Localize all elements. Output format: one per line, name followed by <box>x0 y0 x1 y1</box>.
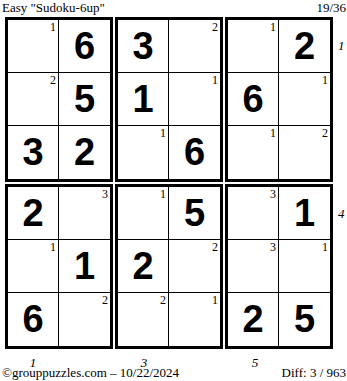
cell-r3c4[interactable]: 6 <box>169 126 220 179</box>
cell-r2c6[interactable]: 1 <box>279 73 330 126</box>
cell-value <box>59 187 110 239</box>
box-4: 231162 <box>5 184 113 349</box>
cell-value <box>279 73 330 125</box>
cell-value: 2 <box>8 187 58 239</box>
footer: ©grouppuzzles.com – 10/22/2024 Diff: 3 /… <box>2 365 346 380</box>
cell-r6c1[interactable]: 6 <box>8 293 59 346</box>
cell-value: 2 <box>228 293 278 346</box>
box-1: 162532 <box>5 17 113 182</box>
cell-value <box>169 293 220 346</box>
cell-r5c1[interactable]: 1 <box>8 240 59 293</box>
sudoku-board: 162532321116126112231162152221313125 <box>5 17 333 349</box>
cell-value <box>118 293 168 346</box>
cell-r1c4[interactable]: 2 <box>169 20 220 73</box>
cell-value: 6 <box>169 126 220 179</box>
cell-r2c2[interactable]: 5 <box>59 73 110 126</box>
copyright-text: ©grouppuzzles.com – 10/22/2024 <box>2 365 179 380</box>
cell-value: 6 <box>59 20 110 72</box>
cell-value <box>169 20 220 72</box>
cell-value: 1 <box>59 240 110 292</box>
cell-r1c3[interactable]: 3 <box>118 20 169 73</box>
cell-value <box>279 126 330 179</box>
cell-r6c6[interactable]: 5 <box>279 293 330 346</box>
cell-value <box>118 126 168 179</box>
cell-value <box>8 240 58 292</box>
cell-value <box>228 187 278 239</box>
cell-r3c5[interactable]: 1 <box>228 126 279 179</box>
cell-value <box>8 20 58 72</box>
cell-r1c5[interactable]: 1 <box>228 20 279 73</box>
cell-r2c4[interactable]: 1 <box>169 73 220 126</box>
puzzle-page: Easy "Sudoku-6up" 19/36 1625323211161261… <box>0 0 347 381</box>
cell-r4c1[interactable]: 2 <box>8 187 59 240</box>
cell-value <box>8 73 58 125</box>
cell-r4c6[interactable]: 1 <box>279 187 330 240</box>
cell-value <box>279 240 330 292</box>
cell-value: 5 <box>59 73 110 125</box>
cell-value: 2 <box>118 240 168 292</box>
cell-value: 3 <box>118 20 168 72</box>
cell-value: 3 <box>8 126 58 179</box>
cell-value <box>228 126 278 179</box>
cell-value: 2 <box>59 126 110 179</box>
box-6: 313125 <box>225 184 333 349</box>
box-3: 126112 <box>225 17 333 182</box>
cell-value <box>169 73 220 125</box>
cell-r2c3[interactable]: 1 <box>118 73 169 126</box>
header: Easy "Sudoku-6up" 19/36 <box>2 0 346 15</box>
cell-r5c5[interactable]: 3 <box>228 240 279 293</box>
cell-value <box>59 293 110 346</box>
cell-value: 5 <box>169 187 220 239</box>
cell-r4c2[interactable]: 3 <box>59 187 110 240</box>
cell-value: 6 <box>8 293 58 346</box>
cell-r3c2[interactable]: 2 <box>59 126 110 179</box>
cell-r6c3[interactable]: 2 <box>118 293 169 346</box>
cell-r6c2[interactable]: 2 <box>59 293 110 346</box>
box-2: 321116 <box>115 17 223 182</box>
cell-value <box>169 240 220 292</box>
cell-r4c5[interactable]: 3 <box>228 187 279 240</box>
cell-r1c6[interactable]: 2 <box>279 20 330 73</box>
cell-r4c3[interactable]: 1 <box>118 187 169 240</box>
cell-r6c5[interactable]: 2 <box>228 293 279 346</box>
cell-r5c2[interactable]: 1 <box>59 240 110 293</box>
cell-value <box>228 240 278 292</box>
difficulty-text: Diff: 3 / 963 <box>282 365 346 380</box>
cell-r3c1[interactable]: 3 <box>8 126 59 179</box>
cell-r5c3[interactable]: 2 <box>118 240 169 293</box>
cell-r3c3[interactable]: 1 <box>118 126 169 179</box>
progress-counter: 19/36 <box>316 0 346 15</box>
row-label-1: 1 <box>338 39 345 53</box>
cell-value <box>118 187 168 239</box>
cell-r5c6[interactable]: 1 <box>279 240 330 293</box>
cell-value: 1 <box>279 187 330 239</box>
page-title: Easy "Sudoku-6up" <box>2 0 105 15</box>
box-5: 152221 <box>115 184 223 349</box>
cell-value: 1 <box>118 73 168 125</box>
cell-r2c1[interactable]: 2 <box>8 73 59 126</box>
cell-r6c4[interactable]: 1 <box>169 293 220 346</box>
row-label-4: 4 <box>338 207 345 221</box>
cell-r4c4[interactable]: 5 <box>169 187 220 240</box>
cell-r1c1[interactable]: 1 <box>8 20 59 73</box>
cell-r3c6[interactable]: 2 <box>279 126 330 179</box>
cell-value: 2 <box>279 20 330 72</box>
cell-r5c4[interactable]: 2 <box>169 240 220 293</box>
cell-r2c5[interactable]: 6 <box>228 73 279 126</box>
cell-value: 6 <box>228 73 278 125</box>
cell-r1c2[interactable]: 6 <box>59 20 110 73</box>
cell-value: 5 <box>279 293 330 346</box>
cell-value <box>228 20 278 72</box>
